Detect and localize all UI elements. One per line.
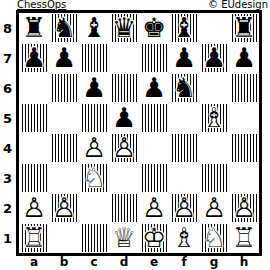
square-e7[interactable]	[139, 43, 169, 73]
square-f4[interactable]	[169, 133, 199, 163]
file-label-b: b	[49, 255, 79, 269]
piece-black-pawn[interactable]: ♟	[109, 103, 139, 133]
file-label-c: c	[79, 255, 109, 269]
square-d5[interactable]: ♟	[109, 103, 139, 133]
rank-label-4: 4	[0, 133, 15, 163]
rank-label-3: 3	[0, 163, 15, 193]
board-frame: ♜♞♝♛♚♝♜♟♟♟♟♟♟♟♞♟♝♗♟♙♟♙♞♘♟♙♟♙♟♙♟♙♟♙♟♙♜♖♛♕…	[16, 10, 262, 256]
rank-label-5: 5	[0, 103, 15, 133]
square-c5[interactable]	[79, 103, 109, 133]
square-a7[interactable]: ♟	[19, 43, 49, 73]
piece-white-pawn[interactable]: ♙	[19, 193, 49, 223]
square-a4[interactable]	[19, 133, 49, 163]
piece-black-bishop[interactable]: ♝	[79, 13, 109, 43]
piece-white-pawn[interactable]: ♙	[49, 193, 79, 223]
square-c7[interactable]	[79, 43, 109, 73]
app-title: ChessOps	[17, 0, 66, 10]
square-g6[interactable]	[199, 73, 229, 103]
piece-black-pawn[interactable]: ♟	[169, 43, 199, 73]
square-h6[interactable]	[229, 73, 259, 103]
piece-white-pawn[interactable]: ♙	[79, 133, 109, 163]
file-label-e: e	[139, 255, 169, 269]
rank-label-2: 2	[0, 193, 15, 223]
piece-white-pawn[interactable]: ♙	[139, 193, 169, 223]
rank-label-7: 7	[0, 43, 15, 73]
square-d2[interactable]	[109, 193, 139, 223]
piece-white-pawn[interactable]: ♙	[109, 133, 139, 163]
square-a2[interactable]: ♟♙	[19, 193, 49, 223]
square-c1[interactable]	[79, 223, 109, 253]
file-label-h: h	[229, 255, 259, 269]
file-label-a: a	[19, 255, 49, 269]
square-d7[interactable]	[109, 43, 139, 73]
piece-black-pawn[interactable]: ♟	[49, 43, 79, 73]
piece-black-pawn[interactable]: ♟	[199, 43, 229, 73]
square-d6[interactable]	[109, 73, 139, 103]
square-g3[interactable]	[199, 163, 229, 193]
square-f2[interactable]: ♟♙	[169, 193, 199, 223]
square-h8[interactable]: ♜	[229, 13, 259, 43]
square-f3[interactable]	[169, 163, 199, 193]
square-f5[interactable]	[169, 103, 199, 133]
piece-black-queen[interactable]: ♛	[109, 13, 139, 43]
square-b4[interactable]	[49, 133, 79, 163]
square-h2[interactable]: ♟♙	[229, 193, 259, 223]
square-e4[interactable]	[139, 133, 169, 163]
square-g2[interactable]: ♟♙	[199, 193, 229, 223]
piece-white-bishop[interactable]: ♗	[199, 103, 229, 133]
square-b6[interactable]	[49, 73, 79, 103]
square-d3[interactable]	[109, 163, 139, 193]
square-c3[interactable]: ♞♘	[79, 163, 109, 193]
piece-white-bishop[interactable]: ♗	[169, 223, 199, 253]
square-e1[interactable]: ♚♔	[139, 223, 169, 253]
square-f6[interactable]: ♞	[169, 73, 199, 103]
rank-label-1: 1	[0, 223, 15, 253]
piece-black-rook[interactable]: ♜	[229, 13, 259, 43]
rank-label-6: 6	[0, 73, 15, 103]
piece-black-pawn[interactable]: ♟	[79, 73, 109, 103]
piece-black-knight[interactable]: ♞	[169, 73, 199, 103]
piece-white-rook[interactable]: ♖	[229, 223, 259, 253]
file-label-g: g	[199, 255, 229, 269]
square-d1[interactable]: ♛♕	[109, 223, 139, 253]
square-a8[interactable]: ♜	[19, 13, 49, 43]
piece-white-knight[interactable]: ♘	[199, 223, 229, 253]
square-b3[interactable]	[49, 163, 79, 193]
square-h7[interactable]: ♟	[229, 43, 259, 73]
rank-labels: 87654321	[0, 13, 15, 253]
square-g8[interactable]	[199, 13, 229, 43]
square-h1[interactable]: ♜♖	[229, 223, 259, 253]
square-c8[interactable]: ♝	[79, 13, 109, 43]
square-g5[interactable]: ♝♗	[199, 103, 229, 133]
square-e5[interactable]	[139, 103, 169, 133]
file-label-d: d	[109, 255, 139, 269]
piece-black-pawn[interactable]: ♟	[229, 43, 259, 73]
piece-white-pawn[interactable]: ♙	[199, 193, 229, 223]
piece-white-pawn[interactable]: ♙	[229, 193, 259, 223]
square-a3[interactable]	[19, 163, 49, 193]
square-a6[interactable]	[19, 73, 49, 103]
square-e6[interactable]: ♟	[139, 73, 169, 103]
square-e8[interactable]: ♚	[139, 13, 169, 43]
square-c4[interactable]: ♟♙	[79, 133, 109, 163]
square-f1[interactable]: ♝♗	[169, 223, 199, 253]
square-g4[interactable]	[199, 133, 229, 163]
piece-black-pawn[interactable]: ♟	[19, 43, 49, 73]
piece-black-knight[interactable]: ♞	[49, 13, 79, 43]
square-d8[interactable]: ♛	[109, 13, 139, 43]
square-h3[interactable]	[229, 163, 259, 193]
file-labels: abcdefgh	[19, 255, 259, 269]
square-d4[interactable]: ♟♙	[109, 133, 139, 163]
square-h4[interactable]	[229, 133, 259, 163]
square-e3[interactable]	[139, 163, 169, 193]
piece-white-rook[interactable]: ♖	[19, 223, 49, 253]
square-f7[interactable]: ♟	[169, 43, 199, 73]
square-g7[interactable]: ♟	[199, 43, 229, 73]
square-b1[interactable]	[49, 223, 79, 253]
copyright-credit: © EUdesign	[208, 0, 268, 10]
square-g1[interactable]: ♞♘	[199, 223, 229, 253]
square-b8[interactable]: ♞	[49, 13, 79, 43]
square-b5[interactable]	[49, 103, 79, 133]
piece-black-rook[interactable]: ♜	[19, 13, 49, 43]
square-c2[interactable]	[79, 193, 109, 223]
chess-board: ♜♞♝♛♚♝♜♟♟♟♟♟♟♟♞♟♝♗♟♙♟♙♞♘♟♙♟♙♟♙♟♙♟♙♟♙♜♖♛♕…	[19, 13, 259, 253]
square-h5[interactable]	[229, 103, 259, 133]
square-a1[interactable]: ♜♖	[19, 223, 49, 253]
square-a5[interactable]	[19, 103, 49, 133]
square-b2[interactable]: ♟♙	[49, 193, 79, 223]
square-f8[interactable]: ♝	[169, 13, 199, 43]
piece-white-king[interactable]: ♔	[139, 223, 169, 253]
piece-white-queen[interactable]: ♕	[109, 223, 139, 253]
square-e2[interactable]: ♟♙	[139, 193, 169, 223]
chessops-diagram-page: ChessOps © EUdesign 87654321 ♜♞♝♛♚♝♜♟♟♟♟…	[0, 0, 270, 270]
file-label-f: f	[169, 255, 199, 269]
square-b7[interactable]: ♟	[49, 43, 79, 73]
rank-label-8: 8	[0, 13, 15, 43]
square-c6[interactable]: ♟	[79, 73, 109, 103]
piece-black-pawn[interactable]: ♟	[139, 73, 169, 103]
piece-white-pawn[interactable]: ♙	[169, 193, 199, 223]
piece-black-bishop[interactable]: ♝	[169, 13, 199, 43]
piece-white-knight[interactable]: ♘	[79, 163, 109, 193]
piece-black-king[interactable]: ♚	[139, 13, 169, 43]
